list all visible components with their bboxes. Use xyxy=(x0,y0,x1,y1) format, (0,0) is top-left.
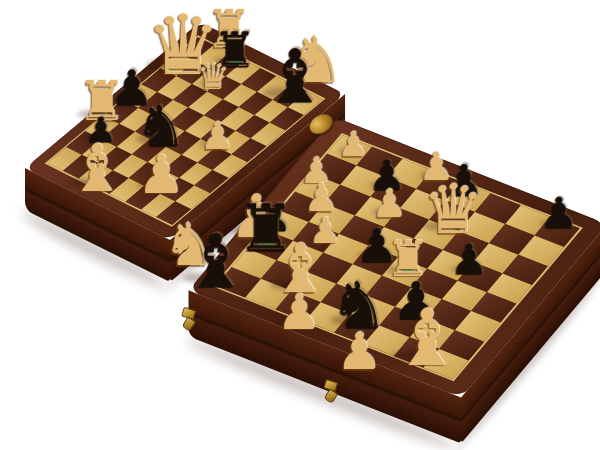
white-pawn: ♟ xyxy=(200,117,234,155)
white-pawn: ♟ xyxy=(277,288,321,337)
white-bishop: ♝ xyxy=(68,136,126,201)
white-pawn: ♟ xyxy=(338,127,368,161)
white-queen: ♛ xyxy=(197,59,229,95)
white-pawn: ♟ xyxy=(137,148,185,201)
black-pawn: ♟ xyxy=(450,239,488,281)
black-pawn: ♟ xyxy=(540,192,579,235)
white-bishop: ♝ xyxy=(392,299,462,377)
black-bishop: ♝ xyxy=(262,39,328,113)
white-pawn: ♟ xyxy=(336,326,382,377)
chess-sets-product-photo: ♛♜♜♛♜♟♞♟♝♟♟♝♞♟♟♟♟♟♟♟♛♟♟♟♟♟♜♜♟♟♝♞♝♟♞♟♝ xyxy=(0,0,600,450)
black-bishop: ♝ xyxy=(183,224,249,298)
